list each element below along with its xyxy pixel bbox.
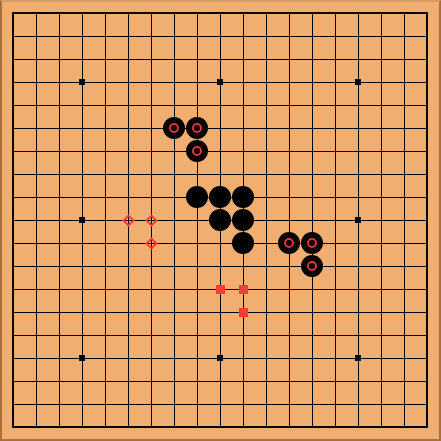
square-mark	[239, 308, 248, 317]
star-point	[217, 355, 223, 361]
star-point	[79, 79, 85, 85]
black-stone	[232, 232, 254, 254]
star-point	[355, 79, 361, 85]
square-mark	[239, 285, 248, 294]
circle-mark	[169, 123, 179, 133]
star-point	[217, 79, 223, 85]
black-stone	[232, 186, 254, 208]
circle-mark	[192, 123, 202, 133]
star-point	[355, 217, 361, 223]
black-stone	[301, 232, 323, 254]
circle-mark	[284, 238, 294, 248]
black-stone	[209, 186, 231, 208]
black-stone	[186, 140, 208, 162]
circle-mark	[192, 146, 202, 156]
black-stone	[301, 255, 323, 277]
black-stone	[209, 209, 231, 231]
black-stone	[278, 232, 300, 254]
goban	[0, 0, 441, 441]
circle-mark	[307, 261, 317, 271]
black-stone	[232, 209, 254, 231]
star-point	[79, 355, 85, 361]
star-point	[355, 355, 361, 361]
black-stone	[186, 117, 208, 139]
square-mark	[216, 285, 225, 294]
circle-mark	[307, 238, 317, 248]
star-point	[79, 217, 85, 223]
black-stone	[186, 186, 208, 208]
black-stone	[163, 117, 185, 139]
